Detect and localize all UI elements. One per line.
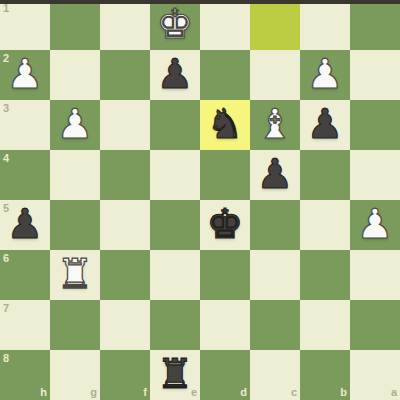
square-h5[interactable]: 5♟ — [0, 200, 50, 250]
white-bishop-icon[interactable]: ♝ — [250, 100, 300, 150]
chess-board: 1♚2♟♟♟3♟♞♝♟4♟5♟♚♟6♜78hgfe♜dcba — [0, 0, 400, 400]
square-g2[interactable] — [50, 50, 100, 100]
square-h4[interactable]: 4 — [0, 150, 50, 200]
square-a7[interactable] — [350, 300, 400, 350]
square-g6[interactable]: ♜ — [50, 250, 100, 300]
square-f1[interactable] — [100, 0, 150, 50]
square-g4[interactable] — [50, 150, 100, 200]
square-b4[interactable] — [300, 150, 350, 200]
square-d3[interactable]: ♞ — [200, 100, 250, 150]
top-bar — [0, 0, 400, 4]
square-c2[interactable] — [250, 50, 300, 100]
square-c8[interactable]: c — [250, 350, 300, 400]
square-g3[interactable]: ♟ — [50, 100, 100, 150]
square-e6[interactable] — [150, 250, 200, 300]
file-label-d: d — [240, 387, 247, 398]
file-label-h: h — [40, 387, 47, 398]
square-d1[interactable] — [200, 0, 250, 50]
square-e2[interactable]: ♟ — [150, 50, 200, 100]
square-d2[interactable] — [200, 50, 250, 100]
square-f3[interactable] — [100, 100, 150, 150]
black-pawn-icon[interactable]: ♟ — [0, 200, 50, 250]
white-pawn-icon[interactable]: ♟ — [350, 200, 400, 250]
square-c1[interactable] — [250, 0, 300, 50]
square-g1[interactable] — [50, 0, 100, 50]
rank-label-6: 6 — [3, 253, 9, 264]
square-c4[interactable]: ♟ — [250, 150, 300, 200]
square-c7[interactable] — [250, 300, 300, 350]
black-knight-icon[interactable]: ♞ — [200, 100, 250, 150]
square-g8[interactable]: g — [50, 350, 100, 400]
square-c3[interactable]: ♝ — [250, 100, 300, 150]
square-b5[interactable] — [300, 200, 350, 250]
square-a6[interactable] — [350, 250, 400, 300]
white-pawn-icon[interactable]: ♟ — [50, 100, 100, 150]
white-pawn-icon[interactable]: ♟ — [300, 50, 350, 100]
square-d7[interactable] — [200, 300, 250, 350]
square-a3[interactable] — [350, 100, 400, 150]
black-pawn-icon[interactable]: ♟ — [300, 100, 350, 150]
chess-app-window: 1♚2♟♟♟3♟♞♝♟4♟5♟♚♟6♜78hgfe♜dcba — [0, 0, 400, 400]
square-e5[interactable] — [150, 200, 200, 250]
square-f6[interactable] — [100, 250, 150, 300]
square-b8[interactable]: b — [300, 350, 350, 400]
square-a4[interactable] — [350, 150, 400, 200]
square-d5[interactable]: ♚ — [200, 200, 250, 250]
square-h7[interactable]: 7 — [0, 300, 50, 350]
white-pawn-icon[interactable]: ♟ — [0, 50, 50, 100]
file-label-c: c — [291, 387, 297, 398]
black-pawn-icon[interactable]: ♟ — [250, 150, 300, 200]
square-d6[interactable] — [200, 250, 250, 300]
square-f8[interactable]: f — [100, 350, 150, 400]
square-g5[interactable] — [50, 200, 100, 250]
black-pawn-icon[interactable]: ♟ — [150, 50, 200, 100]
square-b3[interactable]: ♟ — [300, 100, 350, 150]
square-e1[interactable]: ♚ — [150, 0, 200, 50]
square-b2[interactable]: ♟ — [300, 50, 350, 100]
square-e3[interactable] — [150, 100, 200, 150]
square-e4[interactable] — [150, 150, 200, 200]
white-king-icon[interactable]: ♚ — [150, 0, 200, 50]
square-c5[interactable] — [250, 200, 300, 250]
square-g7[interactable] — [50, 300, 100, 350]
file-label-a: a — [391, 387, 397, 398]
white-rook-icon[interactable]: ♜ — [50, 250, 100, 300]
black-rook-icon[interactable]: ♜ — [150, 350, 200, 400]
square-h1[interactable]: 1 — [0, 0, 50, 50]
square-b1[interactable] — [300, 0, 350, 50]
rank-label-4: 4 — [3, 153, 9, 164]
square-a8[interactable]: a — [350, 350, 400, 400]
square-f5[interactable] — [100, 200, 150, 250]
square-d4[interactable] — [200, 150, 250, 200]
black-king-icon[interactable]: ♚ — [200, 200, 250, 250]
square-h2[interactable]: 2♟ — [0, 50, 50, 100]
square-h8[interactable]: 8h — [0, 350, 50, 400]
square-h3[interactable]: 3 — [0, 100, 50, 150]
square-c6[interactable] — [250, 250, 300, 300]
rank-label-8: 8 — [3, 353, 9, 364]
square-f7[interactable] — [100, 300, 150, 350]
rank-label-1: 1 — [3, 3, 9, 14]
rank-label-3: 3 — [3, 103, 9, 114]
square-f4[interactable] — [100, 150, 150, 200]
square-b7[interactable] — [300, 300, 350, 350]
square-b6[interactable] — [300, 250, 350, 300]
square-f2[interactable] — [100, 50, 150, 100]
square-e8[interactable]: e♜ — [150, 350, 200, 400]
square-d8[interactable]: d — [200, 350, 250, 400]
square-a1[interactable] — [350, 0, 400, 50]
square-a2[interactable] — [350, 50, 400, 100]
file-label-f: f — [143, 387, 147, 398]
rank-label-7: 7 — [3, 303, 9, 314]
file-label-b: b — [340, 387, 347, 398]
square-e7[interactable] — [150, 300, 200, 350]
file-label-g: g — [90, 387, 97, 398]
square-a5[interactable]: ♟ — [350, 200, 400, 250]
square-h6[interactable]: 6 — [0, 250, 50, 300]
